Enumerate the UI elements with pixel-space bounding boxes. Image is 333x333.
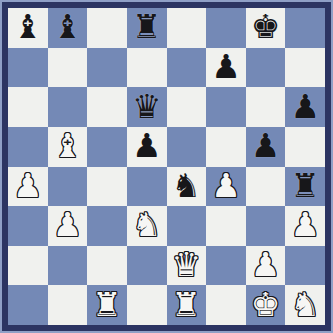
square-a7[interactable] <box>8 48 48 88</box>
square-f3[interactable] <box>206 206 246 246</box>
square-c8[interactable] <box>87 8 127 48</box>
piece-black-queen: ♛︎ <box>132 90 162 123</box>
piece-black-rook: ♜︎ <box>132 10 162 43</box>
square-b7[interactable] <box>48 48 88 88</box>
piece-black-bishop: ♝︎ <box>53 10 83 43</box>
piece-white-king: ♚︎ <box>251 288 281 321</box>
square-g4[interactable] <box>246 167 286 207</box>
piece-white-knight: ♞︎ <box>132 208 162 241</box>
square-e5[interactable] <box>167 127 207 167</box>
square-e4[interactable]: ♞︎ <box>167 167 207 207</box>
square-b8[interactable]: ♝︎ <box>48 8 88 48</box>
square-d1[interactable] <box>127 285 167 325</box>
square-h4[interactable]: ♜︎ <box>285 167 325 207</box>
piece-white-rook: ♜︎ <box>92 288 122 321</box>
square-a8[interactable]: ♝︎ <box>8 8 48 48</box>
square-f5[interactable] <box>206 127 246 167</box>
piece-white-knight: ♞︎ <box>290 288 320 321</box>
piece-black-pawn: ♟︎ <box>132 129 162 162</box>
square-c6[interactable] <box>87 87 127 127</box>
square-h7[interactable] <box>285 48 325 88</box>
square-a4[interactable]: ♟︎ <box>8 167 48 207</box>
square-e8[interactable] <box>167 8 207 48</box>
square-d6[interactable]: ♛︎ <box>127 87 167 127</box>
piece-black-pawn: ♟︎ <box>290 90 320 123</box>
piece-black-knight: ♞︎ <box>172 169 202 202</box>
square-h3[interactable]: ♟︎ <box>285 206 325 246</box>
piece-black-rook: ♜︎ <box>290 169 320 202</box>
piece-black-king: ♚︎ <box>251 10 281 43</box>
square-d4[interactable] <box>127 167 167 207</box>
square-c1[interactable]: ♜︎ <box>87 285 127 325</box>
square-d8[interactable]: ♜︎ <box>127 8 167 48</box>
square-b6[interactable] <box>48 87 88 127</box>
square-e6[interactable] <box>167 87 207 127</box>
piece-black-pawn: ♟︎ <box>211 50 241 83</box>
piece-white-rook: ♜︎ <box>172 288 202 321</box>
piece-white-pawn: ♟︎ <box>290 208 320 241</box>
square-h5[interactable] <box>285 127 325 167</box>
piece-white-queen: ♛︎ <box>172 248 202 281</box>
square-a5[interactable] <box>8 127 48 167</box>
square-d2[interactable] <box>127 246 167 286</box>
square-d5[interactable]: ♟︎ <box>127 127 167 167</box>
square-b2[interactable] <box>48 246 88 286</box>
board-frame: ♝︎♝︎♜︎♚︎♟︎♛︎♟︎♝︎♟︎♟︎♟︎♞︎♟︎♜︎♟︎♞︎♟︎♛︎♟︎♜︎… <box>0 0 333 333</box>
square-h1[interactable]: ♞︎ <box>285 285 325 325</box>
square-g2[interactable]: ♟︎ <box>246 246 286 286</box>
square-e3[interactable] <box>167 206 207 246</box>
square-g7[interactable] <box>246 48 286 88</box>
square-b3[interactable]: ♟︎ <box>48 206 88 246</box>
square-f1[interactable] <box>206 285 246 325</box>
square-a6[interactable] <box>8 87 48 127</box>
square-d3[interactable]: ♞︎ <box>127 206 167 246</box>
piece-white-pawn: ♟︎ <box>53 208 83 241</box>
square-g6[interactable] <box>246 87 286 127</box>
square-e1[interactable]: ♜︎ <box>167 285 207 325</box>
square-a1[interactable] <box>8 285 48 325</box>
square-d7[interactable] <box>127 48 167 88</box>
square-g3[interactable] <box>246 206 286 246</box>
square-b4[interactable] <box>48 167 88 207</box>
square-b5[interactable]: ♝︎ <box>48 127 88 167</box>
square-c5[interactable] <box>87 127 127 167</box>
piece-white-pawn: ♟︎ <box>251 248 281 281</box>
square-h8[interactable] <box>285 8 325 48</box>
square-a2[interactable] <box>8 246 48 286</box>
piece-black-pawn: ♟︎ <box>251 129 281 162</box>
square-g8[interactable]: ♚︎ <box>246 8 286 48</box>
square-c2[interactable] <box>87 246 127 286</box>
square-c7[interactable] <box>87 48 127 88</box>
square-h2[interactable] <box>285 246 325 286</box>
square-e2[interactable]: ♛︎ <box>167 246 207 286</box>
piece-white-pawn: ♟︎ <box>13 169 43 202</box>
square-g5[interactable]: ♟︎ <box>246 127 286 167</box>
square-c3[interactable] <box>87 206 127 246</box>
square-f6[interactable] <box>206 87 246 127</box>
piece-white-pawn: ♟︎ <box>211 169 241 202</box>
square-c4[interactable] <box>87 167 127 207</box>
piece-black-bishop: ♝︎ <box>13 10 43 43</box>
square-g1[interactable]: ♚︎ <box>246 285 286 325</box>
square-a3[interactable] <box>8 206 48 246</box>
square-b1[interactable] <box>48 285 88 325</box>
square-e7[interactable] <box>167 48 207 88</box>
square-h6[interactable]: ♟︎ <box>285 87 325 127</box>
piece-white-bishop: ♝︎ <box>53 129 83 162</box>
square-f8[interactable] <box>206 8 246 48</box>
chess-board: ♝︎♝︎♜︎♚︎♟︎♛︎♟︎♝︎♟︎♟︎♟︎♞︎♟︎♜︎♟︎♞︎♟︎♛︎♟︎♜︎… <box>8 8 325 325</box>
square-f4[interactable]: ♟︎ <box>206 167 246 207</box>
square-f2[interactable] <box>206 246 246 286</box>
square-f7[interactable]: ♟︎ <box>206 48 246 88</box>
